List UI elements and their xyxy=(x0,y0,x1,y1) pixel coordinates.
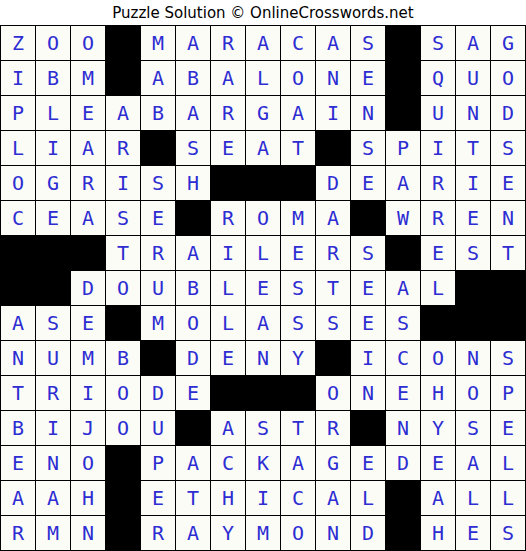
letter-cell: L xyxy=(351,481,385,515)
letter-cell: A xyxy=(316,481,350,515)
letter-cell: M xyxy=(246,516,280,550)
letter-cell: E xyxy=(281,236,315,270)
block-cell xyxy=(386,516,420,550)
letter-cell: E xyxy=(351,306,385,340)
letter-cell: L xyxy=(246,236,280,270)
letter-cell: A xyxy=(246,306,280,340)
letter-cell: E xyxy=(351,271,385,305)
letter-cell: A xyxy=(246,26,280,60)
letter-cell: T xyxy=(106,236,140,270)
letter-cell: L xyxy=(36,96,70,130)
letter-cell: A xyxy=(71,201,105,235)
letter-cell: S xyxy=(36,306,70,340)
block-cell xyxy=(106,516,140,550)
letter-cell: O xyxy=(456,376,490,410)
letter-cell: A xyxy=(176,516,210,550)
letter-cell: N xyxy=(456,341,490,375)
letter-cell: O xyxy=(316,376,350,410)
letter-cell: E xyxy=(246,271,280,305)
letter-cell: E xyxy=(36,201,70,235)
letter-cell: A xyxy=(176,446,210,480)
letter-cell: B xyxy=(36,61,70,95)
letter-cell: D xyxy=(316,166,350,200)
block-cell xyxy=(176,201,210,235)
letter-cell: O xyxy=(106,411,140,445)
letter-cell: C xyxy=(1,201,35,235)
letter-cell: G xyxy=(246,96,280,130)
letter-cell: I xyxy=(36,411,70,445)
letter-cell: Q xyxy=(421,61,455,95)
letter-cell: A xyxy=(1,306,35,340)
letter-cell: N xyxy=(246,341,280,375)
letter-cell: O xyxy=(106,271,140,305)
letter-cell: C xyxy=(281,26,315,60)
block-cell xyxy=(491,271,525,305)
letter-cell: G xyxy=(36,166,70,200)
block-cell xyxy=(351,411,385,445)
letter-cell: I xyxy=(316,96,350,130)
letter-cell: M xyxy=(281,201,315,235)
block-cell xyxy=(281,376,315,410)
letter-cell: Y xyxy=(211,516,245,550)
block-cell xyxy=(351,201,385,235)
letter-cell: W xyxy=(386,201,420,235)
block-cell xyxy=(386,61,420,95)
letter-cell: A xyxy=(316,201,350,235)
letter-cell: E xyxy=(351,446,385,480)
letter-cell: E xyxy=(71,306,105,340)
letter-cell: S xyxy=(246,411,280,445)
letter-cell: A xyxy=(281,446,315,480)
letter-cell: T xyxy=(316,271,350,305)
letter-cell: I xyxy=(106,166,140,200)
letter-cell: U xyxy=(36,341,70,375)
block-cell xyxy=(36,271,70,305)
letter-cell: A xyxy=(421,481,455,515)
block-cell xyxy=(211,376,245,410)
letter-cell: T xyxy=(491,236,525,270)
letter-cell: I xyxy=(351,341,385,375)
letter-cell: E xyxy=(386,376,420,410)
letter-cell: M xyxy=(141,306,175,340)
letter-cell: M xyxy=(71,61,105,95)
letter-cell: N xyxy=(316,516,350,550)
letter-cell: I xyxy=(246,481,280,515)
block-cell xyxy=(386,26,420,60)
letter-cell: U xyxy=(141,271,175,305)
letter-cell: R xyxy=(1,516,35,550)
letter-cell: R xyxy=(211,26,245,60)
letter-cell: R xyxy=(141,236,175,270)
letter-cell: R xyxy=(316,236,350,270)
block-cell xyxy=(281,166,315,200)
block-cell xyxy=(246,376,280,410)
letter-cell: S xyxy=(351,26,385,60)
letter-cell: S xyxy=(351,131,385,165)
block-cell xyxy=(316,131,350,165)
letter-cell: S xyxy=(281,271,315,305)
block-cell xyxy=(141,131,175,165)
letter-cell: P xyxy=(491,376,525,410)
letter-cell: C xyxy=(386,341,420,375)
letter-cell: D xyxy=(176,341,210,375)
block-cell xyxy=(106,481,140,515)
block-cell xyxy=(106,446,140,480)
letter-cell: I xyxy=(211,236,245,270)
letter-cell: A xyxy=(141,61,175,95)
block-cell xyxy=(246,166,280,200)
letter-cell: I xyxy=(1,61,35,95)
letter-cell: B xyxy=(1,411,35,445)
letter-cell: J xyxy=(71,411,105,445)
letter-cell: E xyxy=(351,166,385,200)
block-cell xyxy=(176,411,210,445)
block-cell xyxy=(211,166,245,200)
letter-cell: S xyxy=(281,306,315,340)
crossword-grid: ZOOMARACASSAGIBMABALONEQUOPLEABARGAINUND… xyxy=(0,25,526,551)
letter-cell: T xyxy=(281,411,315,445)
letter-cell: U xyxy=(421,96,455,130)
letter-cell: S xyxy=(421,26,455,60)
letter-cell: G xyxy=(491,26,525,60)
letter-cell: O xyxy=(71,446,105,480)
letter-cell: L xyxy=(211,306,245,340)
letter-cell: O xyxy=(71,26,105,60)
letter-cell: E xyxy=(211,131,245,165)
letter-cell: A xyxy=(246,131,280,165)
letter-cell: H xyxy=(71,481,105,515)
letter-cell: C xyxy=(281,481,315,515)
letter-cell: O xyxy=(281,61,315,95)
page-title: Puzzle Solution © OnlineCrosswords.net xyxy=(0,0,526,25)
letter-cell: S xyxy=(491,516,525,550)
letter-cell: E xyxy=(211,341,245,375)
block-cell xyxy=(71,236,105,270)
letter-cell: U xyxy=(456,61,490,95)
letter-cell: S xyxy=(351,236,385,270)
letter-cell: H xyxy=(421,376,455,410)
letter-cell: A xyxy=(316,26,350,60)
block-cell xyxy=(386,481,420,515)
letter-cell: A xyxy=(211,61,245,95)
letter-cell: U xyxy=(141,411,175,445)
letter-cell: H xyxy=(421,516,455,550)
letter-cell: A xyxy=(71,131,105,165)
letter-cell: A xyxy=(456,26,490,60)
letter-cell: T xyxy=(1,376,35,410)
letter-cell: A xyxy=(456,446,490,480)
block-cell xyxy=(316,341,350,375)
letter-cell: N xyxy=(316,61,350,95)
letter-cell: Y xyxy=(281,341,315,375)
letter-cell: M xyxy=(36,516,70,550)
letter-cell: N xyxy=(456,96,490,130)
letter-cell: A xyxy=(176,26,210,60)
letter-cell: E xyxy=(421,236,455,270)
block-cell xyxy=(106,26,140,60)
letter-cell: O xyxy=(106,376,140,410)
letter-cell: Y xyxy=(421,411,455,445)
letter-cell: E xyxy=(176,376,210,410)
letter-cell: O xyxy=(246,201,280,235)
letter-cell: L xyxy=(456,481,490,515)
letter-cell: G xyxy=(316,446,350,480)
block-cell xyxy=(456,306,490,340)
block-cell xyxy=(1,271,35,305)
block-cell xyxy=(386,96,420,130)
letter-cell: N xyxy=(491,201,525,235)
letter-cell: E xyxy=(351,61,385,95)
letter-cell: E xyxy=(421,446,455,480)
letter-cell: A xyxy=(1,481,35,515)
letter-cell: M xyxy=(141,26,175,60)
letter-cell: H xyxy=(176,166,210,200)
letter-cell: B xyxy=(106,341,140,375)
letter-cell: T xyxy=(281,131,315,165)
letter-cell: D xyxy=(386,446,420,480)
letter-cell: O xyxy=(176,306,210,340)
letter-cell: R xyxy=(36,376,70,410)
letter-cell: E xyxy=(141,201,175,235)
letter-cell: O xyxy=(281,516,315,550)
letter-cell: P xyxy=(1,96,35,130)
letter-cell: E xyxy=(71,96,105,130)
letter-cell: R xyxy=(106,131,140,165)
letter-cell: A xyxy=(211,411,245,445)
letter-cell: L xyxy=(1,131,35,165)
letter-cell: L xyxy=(211,271,245,305)
letter-cell: K xyxy=(246,446,280,480)
letter-cell: D xyxy=(71,271,105,305)
letter-cell: S xyxy=(491,341,525,375)
letter-cell: B xyxy=(141,96,175,130)
letter-cell: B xyxy=(176,61,210,95)
letter-cell: D xyxy=(491,96,525,130)
block-cell xyxy=(106,61,140,95)
block-cell xyxy=(421,306,455,340)
letter-cell: E xyxy=(1,446,35,480)
letter-cell: N xyxy=(386,411,420,445)
block-cell xyxy=(36,236,70,270)
block-cell xyxy=(491,306,525,340)
block-cell xyxy=(456,271,490,305)
letter-cell: S xyxy=(141,166,175,200)
letter-cell: N xyxy=(351,96,385,130)
letter-cell: O xyxy=(421,341,455,375)
block-cell xyxy=(106,306,140,340)
letter-cell: L xyxy=(246,61,280,95)
letter-cell: D xyxy=(351,516,385,550)
letter-cell: S xyxy=(316,306,350,340)
letter-cell: R xyxy=(421,166,455,200)
letter-cell: T xyxy=(176,481,210,515)
letter-cell: N xyxy=(1,341,35,375)
letter-cell: P xyxy=(141,446,175,480)
letter-cell: L xyxy=(491,481,525,515)
letter-cell: N xyxy=(351,376,385,410)
letter-cell: O xyxy=(36,26,70,60)
letter-cell: S xyxy=(106,201,140,235)
letter-cell: S xyxy=(386,306,420,340)
letter-cell: T xyxy=(456,131,490,165)
letter-cell: E xyxy=(456,516,490,550)
puzzle-solution-page: Puzzle Solution © OnlineCrosswords.net Z… xyxy=(0,0,526,551)
letter-cell: I xyxy=(421,131,455,165)
letter-cell: I xyxy=(456,166,490,200)
block-cell xyxy=(386,236,420,270)
letter-cell: E xyxy=(456,201,490,235)
letter-cell: S xyxy=(176,131,210,165)
letter-cell: I xyxy=(36,131,70,165)
letter-cell: E xyxy=(141,481,175,515)
letter-cell: I xyxy=(71,376,105,410)
letter-cell: R xyxy=(316,411,350,445)
letter-cell: S xyxy=(456,411,490,445)
letter-cell: L xyxy=(491,446,525,480)
letter-cell: A xyxy=(176,236,210,270)
letter-cell: Z xyxy=(1,26,35,60)
letter-cell: R xyxy=(211,96,245,130)
letter-cell: A xyxy=(106,96,140,130)
block-cell xyxy=(1,236,35,270)
letter-cell: E xyxy=(491,411,525,445)
letter-cell: R xyxy=(421,201,455,235)
letter-cell: H xyxy=(211,481,245,515)
letter-cell: R xyxy=(211,201,245,235)
letter-cell: S xyxy=(491,131,525,165)
letter-cell: N xyxy=(71,516,105,550)
letter-cell: A xyxy=(36,481,70,515)
letter-cell: O xyxy=(1,166,35,200)
letter-cell: A xyxy=(281,96,315,130)
letter-cell: C xyxy=(211,446,245,480)
letter-cell: S xyxy=(456,236,490,270)
letter-cell: E xyxy=(491,166,525,200)
letter-cell: A xyxy=(176,96,210,130)
letter-cell: P xyxy=(386,131,420,165)
letter-cell: A xyxy=(386,271,420,305)
block-cell xyxy=(141,341,175,375)
letter-cell: B xyxy=(176,271,210,305)
letter-cell: R xyxy=(71,166,105,200)
letter-cell: R xyxy=(141,516,175,550)
letter-cell: N xyxy=(36,446,70,480)
letter-cell: O xyxy=(491,61,525,95)
letter-cell: M xyxy=(71,341,105,375)
letter-cell: L xyxy=(421,271,455,305)
letter-cell: D xyxy=(141,376,175,410)
letter-cell: A xyxy=(386,166,420,200)
